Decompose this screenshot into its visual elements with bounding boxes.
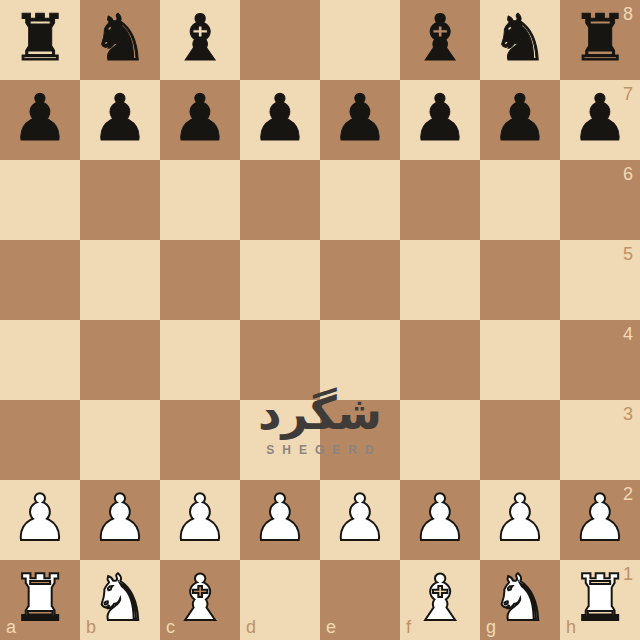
square-c7[interactable]: ♟ [160, 80, 240, 160]
piece-white-bishop[interactable]: ♝ [411, 566, 468, 630]
rank-label-4: 4 [623, 325, 633, 343]
square-c6[interactable] [160, 160, 240, 240]
square-c5[interactable] [160, 240, 240, 320]
square-a5[interactable] [0, 240, 80, 320]
piece-white-pawn[interactable]: ♟ [11, 486, 68, 550]
rank-label-8: 8 [623, 5, 633, 23]
rank-label-2: 2 [623, 485, 633, 503]
piece-black-pawn[interactable]: ♟ [331, 86, 388, 150]
piece-white-pawn[interactable]: ♟ [251, 486, 308, 550]
square-g8[interactable]: ♞ [480, 0, 560, 80]
square-b2[interactable]: ♟ [80, 480, 160, 560]
square-e4[interactable] [320, 320, 400, 400]
square-h1[interactable]: ♜1h [560, 560, 640, 640]
piece-white-rook[interactable]: ♜ [11, 566, 68, 630]
square-c4[interactable] [160, 320, 240, 400]
square-a2[interactable]: ♟ [0, 480, 80, 560]
square-a1[interactable]: ♜a [0, 560, 80, 640]
piece-black-bishop[interactable]: ♝ [411, 6, 468, 70]
square-a8[interactable]: ♜ [0, 0, 80, 80]
piece-black-pawn[interactable]: ♟ [11, 86, 68, 150]
square-e5[interactable] [320, 240, 400, 320]
square-d6[interactable] [240, 160, 320, 240]
piece-white-knight[interactable]: ♞ [91, 566, 148, 630]
square-f7[interactable]: ♟ [400, 80, 480, 160]
square-a7[interactable]: ♟ [0, 80, 80, 160]
square-f2[interactable]: ♟ [400, 480, 480, 560]
square-g7[interactable]: ♟ [480, 80, 560, 160]
square-a4[interactable] [0, 320, 80, 400]
rank-label-1: 1 [623, 565, 633, 583]
square-f3[interactable] [400, 400, 480, 480]
piece-black-knight[interactable]: ♞ [491, 6, 548, 70]
rank-label-6: 6 [623, 165, 633, 183]
file-label-b: b [86, 618, 96, 636]
square-d1[interactable]: d [240, 560, 320, 640]
piece-black-pawn[interactable]: ♟ [171, 86, 228, 150]
square-b6[interactable] [80, 160, 160, 240]
square-f6[interactable] [400, 160, 480, 240]
piece-black-rook[interactable]: ♜ [571, 6, 628, 70]
piece-white-rook[interactable]: ♜ [571, 566, 628, 630]
square-d8[interactable] [240, 0, 320, 80]
piece-black-pawn[interactable]: ♟ [411, 86, 468, 150]
square-b1[interactable]: ♞b [80, 560, 160, 640]
square-h8[interactable]: ♜8 [560, 0, 640, 80]
rank-label-5: 5 [623, 245, 633, 263]
piece-white-pawn[interactable]: ♟ [411, 486, 468, 550]
piece-white-pawn[interactable]: ♟ [331, 486, 388, 550]
square-e7[interactable]: ♟ [320, 80, 400, 160]
square-c2[interactable]: ♟ [160, 480, 240, 560]
square-b4[interactable] [80, 320, 160, 400]
piece-white-pawn[interactable]: ♟ [171, 486, 228, 550]
square-a3[interactable] [0, 400, 80, 480]
piece-black-pawn[interactable]: ♟ [571, 86, 628, 150]
file-label-h: h [566, 618, 576, 636]
file-label-d: d [246, 618, 256, 636]
file-label-g: g [486, 618, 496, 636]
square-d4[interactable] [240, 320, 320, 400]
piece-white-pawn[interactable]: ♟ [91, 486, 148, 550]
square-e2[interactable]: ♟ [320, 480, 400, 560]
square-g2[interactable]: ♟ [480, 480, 560, 560]
square-g1[interactable]: ♞g [480, 560, 560, 640]
square-g6[interactable] [480, 160, 560, 240]
square-c1[interactable]: ♝c [160, 560, 240, 640]
piece-white-bishop[interactable]: ♝ [171, 566, 228, 630]
square-g3[interactable] [480, 400, 560, 480]
square-b8[interactable]: ♞ [80, 0, 160, 80]
piece-white-pawn[interactable]: ♟ [491, 486, 548, 550]
square-f8[interactable]: ♝ [400, 0, 480, 80]
piece-black-pawn[interactable]: ♟ [251, 86, 308, 150]
file-label-c: c [166, 618, 175, 636]
square-e1[interactable]: e [320, 560, 400, 640]
file-label-e: e [326, 618, 336, 636]
square-b7[interactable]: ♟ [80, 80, 160, 160]
file-label-f: f [406, 618, 411, 636]
piece-black-bishop[interactable]: ♝ [171, 6, 228, 70]
square-f4[interactable] [400, 320, 480, 400]
square-c8[interactable]: ♝ [160, 0, 240, 80]
square-d7[interactable]: ♟ [240, 80, 320, 160]
square-h5[interactable]: 5 [560, 240, 640, 320]
piece-black-pawn[interactable]: ♟ [491, 86, 548, 150]
piece-black-pawn[interactable]: ♟ [91, 86, 148, 150]
square-d5[interactable] [240, 240, 320, 320]
square-f5[interactable] [400, 240, 480, 320]
square-d2[interactable]: ♟ [240, 480, 320, 560]
square-g5[interactable] [480, 240, 560, 320]
square-c3[interactable] [160, 400, 240, 480]
square-b5[interactable] [80, 240, 160, 320]
piece-white-knight[interactable]: ♞ [491, 566, 548, 630]
square-g4[interactable] [480, 320, 560, 400]
piece-black-knight[interactable]: ♞ [91, 6, 148, 70]
square-h3[interactable]: 3 [560, 400, 640, 480]
piece-white-pawn[interactable]: ♟ [571, 486, 628, 550]
piece-black-rook[interactable]: ♜ [11, 6, 68, 70]
file-label-a: a [6, 618, 16, 636]
square-h2[interactable]: ♟2 [560, 480, 640, 560]
square-h4[interactable]: 4 [560, 320, 640, 400]
chess-board: ♜♞♝♝♞♜8♟♟♟♟♟♟♟♟76543♟♟♟♟♟♟♟♟2♜a♞b♝cde♝f♞… [0, 0, 640, 640]
square-e3[interactable] [320, 400, 400, 480]
rank-label-7: 7 [623, 85, 633, 103]
square-h6[interactable]: 6 [560, 160, 640, 240]
rank-label-3: 3 [623, 405, 633, 423]
square-f1[interactable]: ♝f [400, 560, 480, 640]
square-a6[interactable] [0, 160, 80, 240]
square-e6[interactable] [320, 160, 400, 240]
square-e8[interactable] [320, 0, 400, 80]
square-b3[interactable] [80, 400, 160, 480]
square-d3[interactable] [240, 400, 320, 480]
square-h7[interactable]: ♟7 [560, 80, 640, 160]
